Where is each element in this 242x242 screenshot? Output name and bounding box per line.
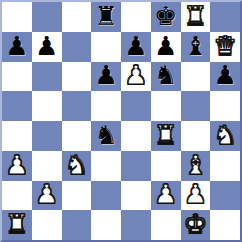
square-a8[interactable]	[2, 2, 32, 32]
square-b4[interactable]	[32, 121, 62, 151]
white-king-piece[interactable]: ♚	[184, 211, 207, 237]
square-d8[interactable]: ♜	[91, 2, 121, 32]
square-d1[interactable]	[91, 210, 121, 240]
square-f2[interactable]: ♟	[151, 181, 181, 211]
square-b1[interactable]	[32, 210, 62, 240]
white-knight-piece[interactable]: ♞	[65, 152, 88, 178]
square-c5[interactable]	[62, 91, 92, 121]
white-pawn-piece[interactable]: ♟	[5, 152, 28, 178]
square-h6[interactable]: ♟	[210, 62, 240, 92]
square-e5[interactable]	[121, 91, 151, 121]
square-e6[interactable]: ♟	[121, 62, 151, 92]
square-b5[interactable]	[32, 91, 62, 121]
square-g6[interactable]	[181, 62, 211, 92]
square-e3[interactable]	[121, 151, 151, 181]
square-e7[interactable]: ♟	[121, 32, 151, 62]
square-g2[interactable]: ♟	[181, 181, 211, 211]
white-bishop-piece[interactable]: ♝	[184, 152, 207, 178]
square-c6[interactable]	[62, 62, 92, 92]
square-e2[interactable]	[121, 181, 151, 211]
white-pawn-piece[interactable]: ♟	[154, 181, 177, 207]
square-h1[interactable]	[210, 210, 240, 240]
square-b7[interactable]: ♟	[32, 32, 62, 62]
square-h2[interactable]	[210, 181, 240, 211]
square-g4[interactable]	[181, 121, 211, 151]
white-pawn-piece[interactable]: ♟	[35, 181, 58, 207]
square-c3[interactable]: ♞	[62, 151, 92, 181]
square-h4[interactable]: ♞	[210, 121, 240, 151]
black-knight-piece[interactable]: ♞	[154, 62, 177, 88]
square-d4[interactable]: ♞	[91, 121, 121, 151]
square-d2[interactable]	[91, 181, 121, 211]
black-bishop-piece[interactable]: ♝	[184, 33, 207, 59]
white-rook-piece[interactable]: ♜	[184, 3, 207, 29]
black-pawn-piece[interactable]: ♟	[154, 33, 177, 59]
white-pawn-piece[interactable]: ♟	[124, 62, 147, 88]
square-e8[interactable]	[121, 2, 151, 32]
square-d7[interactable]	[91, 32, 121, 62]
square-a7[interactable]: ♟	[2, 32, 32, 62]
black-pawn-piece[interactable]: ♟	[94, 62, 117, 88]
square-d3[interactable]	[91, 151, 121, 181]
square-g7[interactable]: ♝	[181, 32, 211, 62]
black-pawn-piece[interactable]: ♟	[35, 33, 58, 59]
white-knight-piece[interactable]: ♞	[213, 122, 236, 148]
square-h3[interactable]	[210, 151, 240, 181]
square-a4[interactable]	[2, 121, 32, 151]
black-knight-piece[interactable]: ♞	[94, 122, 117, 148]
square-e1[interactable]	[121, 210, 151, 240]
square-e4[interactable]	[121, 121, 151, 151]
square-b6[interactable]	[32, 62, 62, 92]
square-h5[interactable]	[210, 91, 240, 121]
black-pawn-piece[interactable]: ♟	[124, 33, 147, 59]
square-f1[interactable]	[151, 210, 181, 240]
square-c8[interactable]	[62, 2, 92, 32]
square-a2[interactable]	[2, 181, 32, 211]
square-f4[interactable]: ♜	[151, 121, 181, 151]
chess-board: ♜♚♜♟♟♟♟♝♛♟♟♞♟♞♜♞♟♞♝♟♟♟♜♚	[0, 0, 242, 242]
black-king-piece[interactable]: ♚	[154, 3, 177, 29]
square-d6[interactable]: ♟	[91, 62, 121, 92]
square-g3[interactable]: ♝	[181, 151, 211, 181]
square-f5[interactable]	[151, 91, 181, 121]
square-g8[interactable]: ♜	[181, 2, 211, 32]
square-a5[interactable]	[2, 91, 32, 121]
square-f8[interactable]: ♚	[151, 2, 181, 32]
square-a1[interactable]: ♜	[2, 210, 32, 240]
square-c4[interactable]	[62, 121, 92, 151]
square-a3[interactable]: ♟	[2, 151, 32, 181]
square-d5[interactable]	[91, 91, 121, 121]
square-b2[interactable]: ♟	[32, 181, 62, 211]
square-f3[interactable]	[151, 151, 181, 181]
square-f7[interactable]: ♟	[151, 32, 181, 62]
square-b8[interactable]	[32, 2, 62, 32]
square-h8[interactable]	[210, 2, 240, 32]
square-c1[interactable]	[62, 210, 92, 240]
black-pawn-piece[interactable]: ♟	[5, 33, 28, 59]
white-rook-piece[interactable]: ♜	[5, 211, 28, 237]
square-a6[interactable]	[2, 62, 32, 92]
square-c2[interactable]	[62, 181, 92, 211]
square-c7[interactable]	[62, 32, 92, 62]
square-b3[interactable]	[32, 151, 62, 181]
square-f6[interactable]: ♞	[151, 62, 181, 92]
square-g5[interactable]	[181, 91, 211, 121]
black-pawn-piece[interactable]: ♟	[213, 62, 236, 88]
white-queen-piece[interactable]: ♛	[213, 33, 236, 59]
white-pawn-piece[interactable]: ♟	[184, 181, 207, 207]
square-g1[interactable]: ♚	[181, 210, 211, 240]
square-h7[interactable]: ♛	[210, 32, 240, 62]
white-rook-piece[interactable]: ♜	[154, 122, 177, 148]
black-rook-piece[interactable]: ♜	[94, 3, 117, 29]
